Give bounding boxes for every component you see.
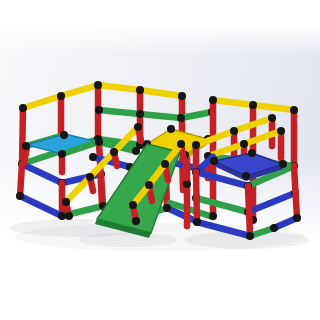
tube <box>22 164 62 183</box>
tube <box>140 114 181 118</box>
tube-connector <box>60 131 68 139</box>
tube-connector <box>177 114 185 122</box>
tube-connector <box>19 104 27 112</box>
tube-connector <box>192 141 200 149</box>
tube <box>253 105 294 110</box>
tube-connector <box>58 150 66 158</box>
tube-connector <box>136 86 144 94</box>
tube-connector <box>230 127 238 135</box>
tube-connector <box>178 92 186 100</box>
tube-connector <box>279 160 287 168</box>
tube-connector <box>249 101 257 109</box>
tube <box>98 85 140 90</box>
tube-connector <box>270 224 278 232</box>
tube <box>244 131 281 144</box>
tube-connector <box>94 81 102 89</box>
tube <box>181 112 212 118</box>
shadow <box>78 233 178 247</box>
tube-connector <box>248 149 256 157</box>
tube <box>99 110 140 114</box>
tube-connector <box>57 92 65 100</box>
tube-connector <box>95 138 103 146</box>
tube-connector <box>242 172 250 180</box>
tube-connector <box>161 160 169 168</box>
tube-connector <box>58 212 66 220</box>
tube-connector <box>290 106 298 114</box>
tube-connector <box>134 123 142 131</box>
tube-connector <box>86 173 94 181</box>
tube-connector <box>65 212 73 220</box>
tube-connector <box>167 125 175 133</box>
tube-connector <box>183 180 191 188</box>
tube-connector <box>89 153 97 161</box>
tube <box>213 100 253 105</box>
tube-connector <box>210 157 218 165</box>
tube-connector <box>110 148 118 156</box>
tube <box>248 186 250 236</box>
tube-connector <box>209 96 217 104</box>
tube-connector <box>136 110 144 118</box>
tube-connector <box>22 142 30 150</box>
tube-connector <box>129 201 137 209</box>
climbing-gym-product-image <box>0 0 320 320</box>
tube-connector <box>62 198 70 206</box>
tube-connector <box>177 140 185 148</box>
tube-connector <box>145 181 153 189</box>
tube-connector <box>163 204 171 212</box>
tube <box>101 174 103 206</box>
tube-connector <box>246 232 254 240</box>
tube <box>23 96 61 108</box>
tube <box>20 196 62 216</box>
tube <box>196 198 248 212</box>
tube-connector <box>132 147 140 155</box>
tube-connector <box>193 218 201 226</box>
tube <box>140 90 182 96</box>
tube-connector <box>132 217 140 225</box>
tube <box>61 85 98 96</box>
tube <box>196 172 197 222</box>
product-photo-canvas <box>0 0 320 320</box>
tube-connector <box>268 114 276 122</box>
tube-connector <box>240 140 248 148</box>
tube-connector <box>209 212 217 220</box>
tube <box>20 164 22 196</box>
tube-connector <box>293 214 301 222</box>
tube-connector <box>277 127 285 135</box>
tube <box>294 166 297 218</box>
tube-connector <box>16 192 24 200</box>
tube-connector <box>95 106 103 114</box>
